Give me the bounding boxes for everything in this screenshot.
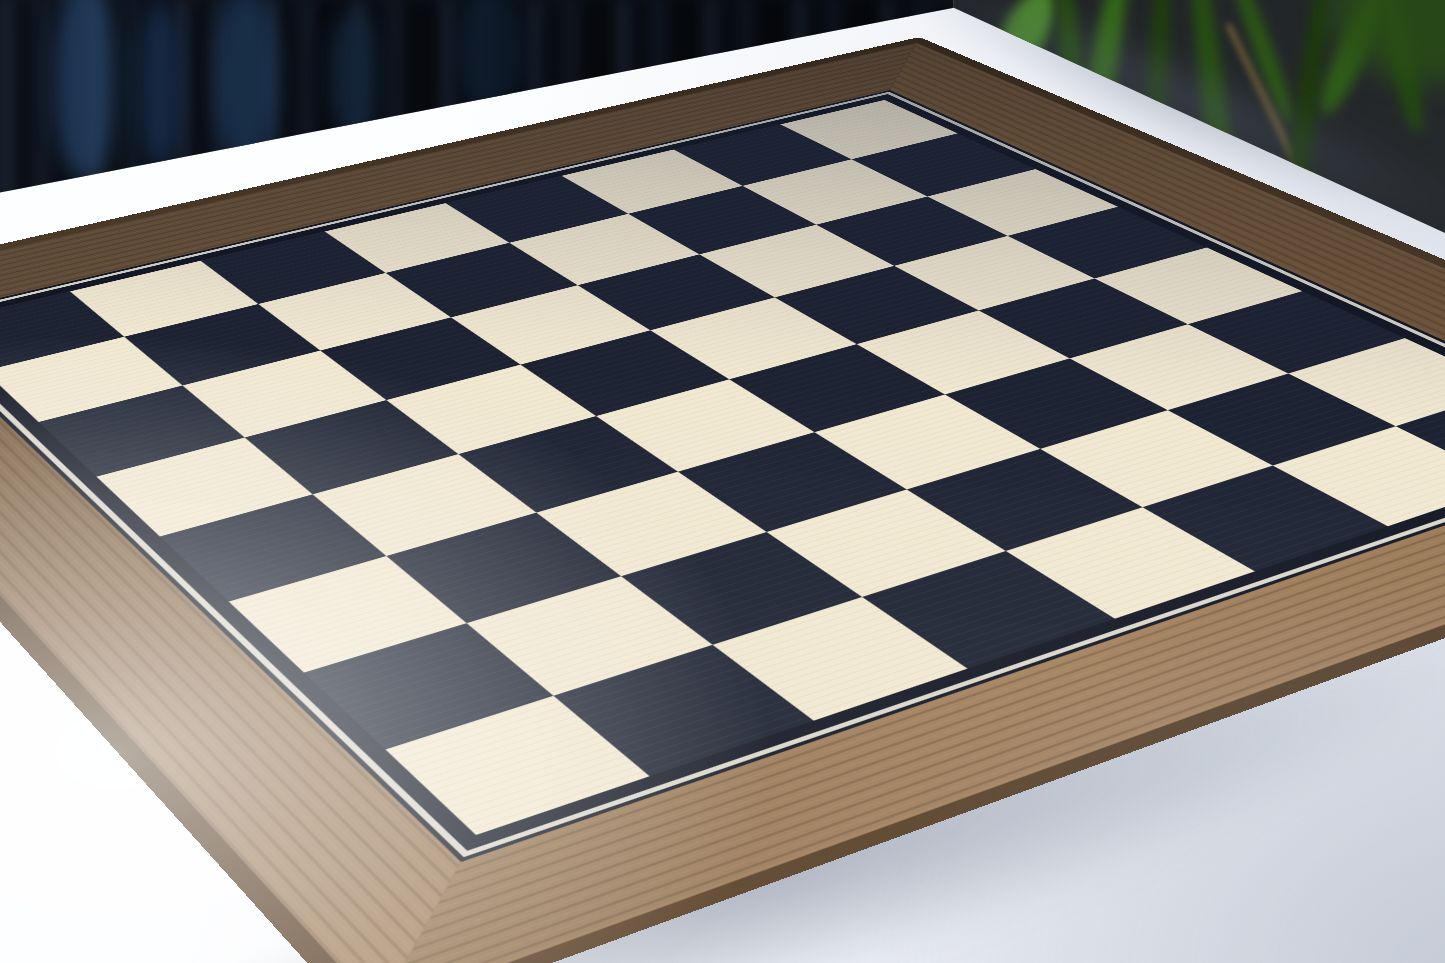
blue-blur-blob — [215, 0, 277, 165]
chessboard — [0, 43, 1445, 963]
blue-blur-blob — [55, 0, 115, 180]
plant-leaf — [993, 0, 1064, 64]
plant-leaf — [1145, 0, 1175, 140]
blue-blur-blob — [330, 10, 376, 140]
plant-leaf — [1223, 0, 1300, 128]
scene — [0, 0, 1445, 963]
blue-blur-blob — [455, 0, 525, 110]
plant-leaf — [1052, 0, 1087, 101]
blue-blur-blob — [140, 0, 180, 170]
